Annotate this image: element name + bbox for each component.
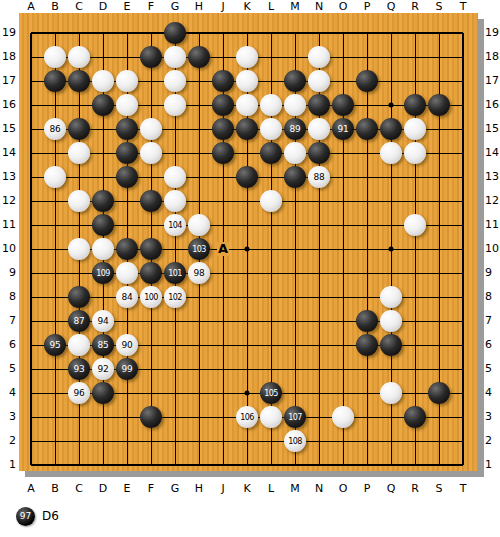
coord-right-15: 15 — [485, 122, 500, 136]
coord-left-6: 6 — [0, 338, 16, 352]
stone-K18 — [236, 46, 258, 68]
stone-D7: 94 — [92, 310, 114, 332]
move-number-98: 98 — [193, 269, 204, 278]
stone-C17 — [68, 70, 90, 92]
coord-top-T: T — [451, 0, 475, 13]
stone-L3 — [260, 406, 282, 428]
stone-P17 — [356, 70, 378, 92]
coord-top-S: S — [427, 0, 451, 13]
move-number-108: 108 — [288, 437, 301, 446]
stone-R11 — [404, 214, 426, 236]
coord-top-K: K — [235, 0, 259, 13]
coord-bottom-G: G — [163, 482, 187, 495]
coord-right-12: 12 — [485, 194, 500, 208]
coord-bottom-J: J — [211, 482, 235, 495]
stone-J14 — [212, 142, 234, 164]
stone-K15 — [236, 118, 258, 140]
stone-L4: 105 — [260, 382, 282, 404]
coord-bottom-B: B — [43, 482, 67, 495]
move-caption: 97 D6 — [16, 506, 59, 526]
stone-N17 — [308, 70, 330, 92]
goban: 8689918810410310910198841001028794958590… — [19, 13, 478, 471]
coord-left-8: 8 — [0, 290, 16, 304]
stone-G17 — [164, 70, 186, 92]
stone-P15 — [356, 118, 378, 140]
stone-C5: 93 — [68, 358, 90, 380]
move-number-91: 91 — [337, 125, 348, 134]
move-number-90: 90 — [121, 341, 132, 350]
stone-O15: 91 — [332, 118, 354, 140]
coord-left-16: 16 — [0, 98, 16, 112]
move-number-84: 84 — [121, 293, 132, 302]
star-point-Q16 — [389, 103, 394, 108]
coord-bottom-N: N — [307, 482, 331, 495]
stone-J16 — [212, 94, 234, 116]
coord-top-R: R — [403, 0, 427, 13]
stone-Q6 — [380, 334, 402, 356]
move-number-86: 86 — [49, 125, 60, 134]
coord-right-10: 10 — [485, 242, 500, 256]
coord-right-11: 11 — [485, 218, 500, 232]
stone-C15 — [68, 118, 90, 140]
coord-left-13: 13 — [0, 170, 16, 184]
stone-C6 — [68, 334, 90, 356]
coord-left-2: 2 — [0, 434, 16, 448]
stone-F18 — [140, 46, 162, 68]
coord-bottom-C: C — [67, 482, 91, 495]
stone-H11 — [188, 214, 210, 236]
stone-E6: 90 — [116, 334, 138, 356]
annotation-A-J10: A — [217, 242, 229, 256]
stone-D10 — [92, 238, 114, 260]
coord-top-L: L — [259, 0, 283, 13]
move-number-88: 88 — [313, 173, 324, 182]
stone-G11: 104 — [164, 214, 186, 236]
stone-K16 — [236, 94, 258, 116]
stone-E17 — [116, 70, 138, 92]
stone-G9: 101 — [164, 262, 186, 284]
stone-E13 — [116, 166, 138, 188]
stone-D16 — [92, 94, 114, 116]
coord-right-2: 2 — [485, 434, 500, 448]
coord-right-14: 14 — [485, 146, 500, 160]
stone-R3 — [404, 406, 426, 428]
move-number-99: 99 — [121, 365, 132, 374]
star-point-K4 — [245, 391, 250, 396]
stone-N16 — [308, 94, 330, 116]
stone-C8 — [68, 286, 90, 308]
stone-M14 — [284, 142, 306, 164]
coord-bottom-R: R — [403, 482, 427, 495]
stone-E9 — [116, 262, 138, 284]
stone-F14 — [140, 142, 162, 164]
coord-bottom-D: D — [91, 482, 115, 495]
coord-top-D: D — [91, 0, 115, 13]
stone-M2: 108 — [284, 430, 306, 452]
coord-bottom-Q: Q — [379, 482, 403, 495]
stone-C12 — [68, 190, 90, 212]
coord-top-J: J — [211, 0, 235, 13]
stone-D5: 92 — [92, 358, 114, 380]
coord-bottom-O: O — [331, 482, 355, 495]
stone-H18 — [188, 46, 210, 68]
move-number-89: 89 — [289, 125, 300, 134]
stone-F12 — [140, 190, 162, 212]
move-number-96: 96 — [73, 389, 84, 398]
coord-right-13: 13 — [485, 170, 500, 184]
coord-right-16: 16 — [485, 98, 500, 112]
coord-top-H: H — [187, 0, 211, 13]
stone-L16 — [260, 94, 282, 116]
stone-N14 — [308, 142, 330, 164]
stone-F8: 100 — [140, 286, 162, 308]
stone-Q4 — [380, 382, 402, 404]
move-number-101: 101 — [168, 269, 181, 278]
coord-left-4: 4 — [0, 386, 16, 400]
coord-bottom-F: F — [139, 482, 163, 495]
stone-D17 — [92, 70, 114, 92]
coord-bottom-L: L — [259, 482, 283, 495]
stone-L15 — [260, 118, 282, 140]
stone-Q14 — [380, 142, 402, 164]
stone-Q8 — [380, 286, 402, 308]
stone-K3: 106 — [236, 406, 258, 428]
stone-G18 — [164, 46, 186, 68]
stone-J17 — [212, 70, 234, 92]
coord-bottom-H: H — [187, 482, 211, 495]
coord-right-4: 4 — [485, 386, 500, 400]
stone-G16 — [164, 94, 186, 116]
stone-N13: 88 — [308, 166, 330, 188]
coord-right-1: 1 — [485, 458, 500, 472]
stone-E5: 99 — [116, 358, 138, 380]
coord-bottom-P: P — [355, 482, 379, 495]
stone-Q15 — [380, 118, 402, 140]
caption-move-number: 97 — [20, 511, 31, 521]
kifu-page: { "game": "go", "title": "Go game record… — [0, 0, 500, 537]
coord-top-F: F — [139, 0, 163, 13]
stone-M3: 107 — [284, 406, 306, 428]
stone-D4 — [92, 382, 114, 404]
coord-top-O: O — [331, 0, 355, 13]
coord-left-5: 5 — [0, 362, 16, 376]
coord-right-19: 19 — [485, 26, 500, 40]
coord-bottom-K: K — [235, 482, 259, 495]
stone-F9 — [140, 262, 162, 284]
stone-E16 — [116, 94, 138, 116]
coord-left-1: 1 — [0, 458, 16, 472]
coord-bottom-A: A — [19, 482, 43, 495]
move-number-100: 100 — [144, 293, 157, 302]
stone-D12 — [92, 190, 114, 212]
coord-left-17: 17 — [0, 74, 16, 88]
stone-C7: 87 — [68, 310, 90, 332]
stone-F15 — [140, 118, 162, 140]
coord-top-E: E — [115, 0, 139, 13]
stone-D9: 109 — [92, 262, 114, 284]
star-point-K10 — [245, 247, 250, 252]
stone-N18 — [308, 46, 330, 68]
coord-top-P: P — [355, 0, 379, 13]
coord-left-15: 15 — [0, 122, 16, 136]
stone-B15: 86 — [44, 118, 66, 140]
stone-N15 — [308, 118, 330, 140]
stone-L12 — [260, 190, 282, 212]
move-number-103: 103 — [192, 245, 205, 254]
coord-left-7: 7 — [0, 314, 16, 328]
stone-R16 — [404, 94, 426, 116]
move-number-95: 95 — [49, 341, 60, 350]
stone-B13 — [44, 166, 66, 188]
stone-O3 — [332, 406, 354, 428]
move-number-92: 92 — [97, 365, 108, 374]
coord-bottom-T: T — [451, 482, 475, 495]
move-number-94: 94 — [97, 317, 108, 326]
coord-top-N: N — [307, 0, 331, 13]
coord-right-3: 3 — [485, 410, 500, 424]
stone-M16 — [284, 94, 306, 116]
move-number-109: 109 — [96, 269, 109, 278]
stone-E15 — [116, 118, 138, 140]
coord-top-M: M — [283, 0, 307, 13]
coord-right-18: 18 — [485, 50, 500, 64]
coord-bottom-S: S — [427, 482, 451, 495]
caption-point-text: D6 — [42, 509, 59, 523]
stone-H9: 98 — [188, 262, 210, 284]
stone-R14 — [404, 142, 426, 164]
stone-O16 — [332, 94, 354, 116]
stone-G8: 102 — [164, 286, 186, 308]
coord-left-9: 9 — [0, 266, 16, 280]
coord-right-6: 6 — [485, 338, 500, 352]
coord-top-Q: Q — [379, 0, 403, 13]
stone-L14 — [260, 142, 282, 164]
stone-F3 — [140, 406, 162, 428]
stone-E8: 84 — [116, 286, 138, 308]
coord-left-3: 3 — [0, 410, 16, 424]
stone-C14 — [68, 142, 90, 164]
caption-black-stone-icon: 97 — [16, 507, 35, 526]
stone-G12 — [164, 190, 186, 212]
coord-bottom-E: E — [115, 482, 139, 495]
stone-B6: 95 — [44, 334, 66, 356]
stone-H10: 103 — [188, 238, 210, 260]
coord-left-12: 12 — [0, 194, 16, 208]
stone-C4: 96 — [68, 382, 90, 404]
coord-left-18: 18 — [0, 50, 16, 64]
move-number-87: 87 — [73, 317, 84, 326]
move-number-106: 106 — [240, 413, 253, 422]
stone-R15 — [404, 118, 426, 140]
coord-right-5: 5 — [485, 362, 500, 376]
coord-left-11: 11 — [0, 218, 16, 232]
coord-right-7: 7 — [485, 314, 500, 328]
move-number-104: 104 — [168, 221, 181, 230]
coord-left-14: 14 — [0, 146, 16, 160]
coord-left-10: 10 — [0, 242, 16, 256]
stone-F10 — [140, 238, 162, 260]
coord-top-A: A — [19, 0, 43, 13]
stone-C10 — [68, 238, 90, 260]
coord-bottom-M: M — [283, 482, 307, 495]
stone-E14 — [116, 142, 138, 164]
stone-P7 — [356, 310, 378, 332]
move-number-93: 93 — [73, 365, 84, 374]
move-number-107: 107 — [288, 413, 301, 422]
stone-G19 — [164, 22, 186, 44]
coord-right-17: 17 — [485, 74, 500, 88]
stone-D6: 85 — [92, 334, 114, 356]
coord-right-9: 9 — [485, 266, 500, 280]
stone-M15: 89 — [284, 118, 306, 140]
coord-top-B: B — [43, 0, 67, 13]
move-number-85: 85 — [97, 341, 108, 350]
stone-K17 — [236, 70, 258, 92]
stone-D11 — [92, 214, 114, 236]
coord-left-19: 19 — [0, 26, 16, 40]
stone-Q7 — [380, 310, 402, 332]
stone-B17 — [44, 70, 66, 92]
stone-S4 — [428, 382, 450, 404]
stone-M17 — [284, 70, 306, 92]
stone-K13 — [236, 166, 258, 188]
star-point-Q10 — [389, 247, 394, 252]
move-number-102: 102 — [168, 293, 181, 302]
stone-J15 — [212, 118, 234, 140]
coord-right-8: 8 — [485, 290, 500, 304]
stone-S16 — [428, 94, 450, 116]
stone-B18 — [44, 46, 66, 68]
coord-top-G: G — [163, 0, 187, 13]
stone-E10 — [116, 238, 138, 260]
stone-G13 — [164, 166, 186, 188]
stone-M13 — [284, 166, 306, 188]
move-number-105: 105 — [264, 389, 277, 398]
stone-C18 — [68, 46, 90, 68]
stone-P6 — [356, 334, 378, 356]
coord-top-C: C — [67, 0, 91, 13]
